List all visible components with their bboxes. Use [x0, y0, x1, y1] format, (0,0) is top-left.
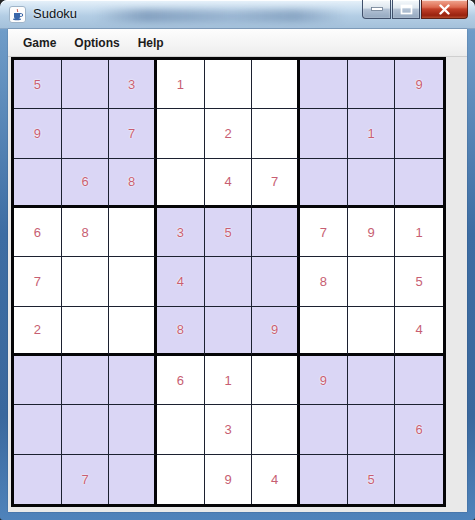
sudoku-cell-r1c5[interactable]: [205, 60, 253, 109]
sudoku-cell-r7c7[interactable]: 9: [300, 356, 348, 405]
sudoku-cell-r9c2[interactable]: 7: [62, 455, 110, 504]
sudoku-cell-r7c4[interactable]: 6: [157, 356, 205, 405]
sudoku-cell-r3c3[interactable]: 8: [109, 159, 157, 208]
window-controls: [361, 0, 468, 19]
sudoku-cell-r9c5[interactable]: 9: [205, 455, 253, 504]
sudoku-cell-r4c7[interactable]: 7: [300, 208, 348, 257]
window-content: Game Options Help 5319972168476835791748…: [8, 29, 467, 512]
sudoku-cell-r7c5[interactable]: 1: [205, 356, 253, 405]
sudoku-cell-r3c7[interactable]: [300, 159, 348, 208]
sudoku-cell-r7c6[interactable]: [252, 356, 300, 405]
sudoku-cell-r5c7[interactable]: 8: [300, 257, 348, 306]
sudoku-cell-r4c6[interactable]: [252, 208, 300, 257]
sudoku-cell-r8c9[interactable]: 6: [395, 405, 443, 454]
java-coffee-cup-icon: [9, 6, 26, 23]
maximize-button[interactable]: [392, 0, 420, 19]
sudoku-cell-r4c5[interactable]: 5: [205, 208, 253, 257]
menu-help[interactable]: Help: [129, 32, 173, 54]
sudoku-cell-r6c6[interactable]: 9: [252, 307, 300, 356]
sudoku-cell-r4c3[interactable]: [109, 208, 157, 257]
sudoku-cell-r4c8[interactable]: 9: [348, 208, 396, 257]
sudoku-cell-r7c3[interactable]: [109, 356, 157, 405]
app-window: Sudoku Game Options Help 531997216847683…: [0, 0, 475, 520]
sudoku-cell-r2c8[interactable]: 1: [348, 109, 396, 158]
sudoku-cell-r1c6[interactable]: [252, 60, 300, 109]
sudoku-cell-r7c9[interactable]: [395, 356, 443, 405]
sudoku-cell-r3c2[interactable]: 6: [62, 159, 110, 208]
sudoku-cell-r2c6[interactable]: [252, 109, 300, 158]
sudoku-cell-r7c8[interactable]: [348, 356, 396, 405]
sudoku-cell-r9c3[interactable]: [109, 455, 157, 504]
sudoku-cell-r1c2[interactable]: [62, 60, 110, 109]
sudoku-cell-r2c5[interactable]: 2: [205, 109, 253, 158]
sudoku-cell-r7c1[interactable]: [14, 356, 62, 405]
sudoku-cell-r6c5[interactable]: [205, 307, 253, 356]
window-title: Sudoku: [33, 6, 77, 21]
sudoku-cell-r2c3[interactable]: 7: [109, 109, 157, 158]
sudoku-cell-r6c8[interactable]: [348, 307, 396, 356]
sudoku-cell-r8c2[interactable]: [62, 405, 110, 454]
sudoku-cell-r8c1[interactable]: [14, 405, 62, 454]
sudoku-cell-r1c8[interactable]: [348, 60, 396, 109]
sudoku-cell-r4c1[interactable]: 6: [14, 208, 62, 257]
minimize-button[interactable]: [362, 0, 391, 19]
sudoku-cell-r5c6[interactable]: [252, 257, 300, 306]
sudoku-cell-r9c6[interactable]: 4: [252, 455, 300, 504]
sudoku-cell-r5c5[interactable]: [205, 257, 253, 306]
sudoku-cell-r9c7[interactable]: [300, 455, 348, 504]
sudoku-cell-r4c2[interactable]: 8: [62, 208, 110, 257]
sudoku-cell-r1c9[interactable]: 9: [395, 60, 443, 109]
sudoku-cell-r8c4[interactable]: [157, 405, 205, 454]
sudoku-cell-r2c7[interactable]: [300, 109, 348, 158]
sudoku-cell-r1c4[interactable]: 1: [157, 60, 205, 109]
sudoku-cell-r9c4[interactable]: [157, 455, 205, 504]
sudoku-cell-r8c6[interactable]: [252, 405, 300, 454]
title-bar[interactable]: Sudoku: [0, 0, 475, 29]
sudoku-cell-r5c4[interactable]: 4: [157, 257, 205, 306]
sudoku-cell-r1c1[interactable]: 5: [14, 60, 62, 109]
sudoku-cell-r6c3[interactable]: [109, 307, 157, 356]
sudoku-cell-r8c3[interactable]: [109, 405, 157, 454]
sudoku-cell-r5c2[interactable]: [62, 257, 110, 306]
sudoku-cell-r3c5[interactable]: 4: [205, 159, 253, 208]
sudoku-cell-r2c4[interactable]: [157, 109, 205, 158]
sudoku-cell-r9c8[interactable]: 5: [348, 455, 396, 504]
sudoku-cell-r4c4[interactable]: 3: [157, 208, 205, 257]
sudoku-cell-r7c2[interactable]: [62, 356, 110, 405]
sudoku-cell-r1c7[interactable]: [300, 60, 348, 109]
sudoku-cell-r5c9[interactable]: 5: [395, 257, 443, 306]
menu-game[interactable]: Game: [14, 32, 65, 54]
menu-options[interactable]: Options: [65, 32, 128, 54]
sudoku-cell-r6c9[interactable]: 4: [395, 307, 443, 356]
sudoku-cell-r3c9[interactable]: [395, 159, 443, 208]
sudoku-cell-r5c3[interactable]: [109, 257, 157, 306]
board-area: 531997216847683579174852894619367945: [8, 57, 467, 512]
sudoku-cell-r8c5[interactable]: 3: [205, 405, 253, 454]
sudoku-cell-r2c2[interactable]: [62, 109, 110, 158]
sudoku-cell-r5c1[interactable]: 7: [14, 257, 62, 306]
sudoku-cell-r9c1[interactable]: [14, 455, 62, 504]
sudoku-cell-r9c9[interactable]: [395, 455, 443, 504]
sudoku-cell-r4c9[interactable]: 1: [395, 208, 443, 257]
sudoku-cell-r1c3[interactable]: 3: [109, 60, 157, 109]
sudoku-cell-r6c1[interactable]: 2: [14, 307, 62, 356]
sudoku-cell-r8c8[interactable]: [348, 405, 396, 454]
sudoku-board: 531997216847683579174852894619367945: [11, 57, 446, 507]
menu-bar: Game Options Help: [8, 29, 467, 57]
sudoku-cell-r3c1[interactable]: [14, 159, 62, 208]
close-button[interactable]: [421, 0, 468, 19]
sudoku-cell-r2c9[interactable]: [395, 109, 443, 158]
sudoku-cell-r3c6[interactable]: 7: [252, 159, 300, 208]
sudoku-cell-r5c8[interactable]: [348, 257, 396, 306]
sudoku-cell-r3c4[interactable]: [157, 159, 205, 208]
sudoku-cell-r6c2[interactable]: [62, 307, 110, 356]
sudoku-cell-r8c7[interactable]: [300, 405, 348, 454]
sudoku-cell-r3c8[interactable]: [348, 159, 396, 208]
sudoku-cell-r2c1[interactable]: 9: [14, 109, 62, 158]
sudoku-cell-r6c4[interactable]: 8: [157, 307, 205, 356]
sudoku-cell-r6c7[interactable]: [300, 307, 348, 356]
